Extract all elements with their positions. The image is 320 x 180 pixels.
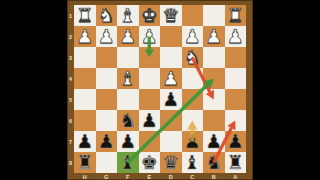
piece-white-queen-d1[interactable]: ♛ bbox=[160, 5, 182, 26]
square-g1[interactable]: ♞ bbox=[96, 5, 118, 26]
file-label-a: A bbox=[225, 173, 247, 180]
square-b8[interactable]: ♞ bbox=[203, 152, 225, 173]
square-f2[interactable]: ♟ bbox=[117, 26, 139, 47]
piece-white-knight-g1[interactable]: ♞ bbox=[96, 5, 118, 26]
piece-black-pawn-c7[interactable]: ♟ bbox=[182, 131, 204, 152]
square-c3[interactable]: ♞ bbox=[182, 47, 204, 68]
square-g7[interactable]: ♟ bbox=[96, 131, 118, 152]
file-label-d: D bbox=[160, 173, 182, 180]
square-e3[interactable] bbox=[139, 47, 161, 68]
square-b4[interactable] bbox=[203, 68, 225, 89]
square-d7[interactable] bbox=[160, 131, 182, 152]
square-d8[interactable]: ♛ bbox=[160, 152, 182, 173]
rank-label-8: 8 bbox=[67, 152, 74, 173]
piece-white-king-e1[interactable]: ♚ bbox=[139, 5, 161, 26]
square-e5[interactable] bbox=[139, 89, 161, 110]
rank-label-3: 3 bbox=[67, 47, 74, 68]
square-g2[interactable]: ♟ bbox=[96, 26, 118, 47]
piece-black-pawn-e6[interactable]: ♟ bbox=[139, 110, 161, 131]
square-g5[interactable] bbox=[96, 89, 118, 110]
square-b1[interactable] bbox=[203, 5, 225, 26]
file-label-e: E bbox=[139, 173, 161, 180]
square-g8[interactable] bbox=[96, 152, 118, 173]
square-d5[interactable]: ♟ bbox=[160, 89, 182, 110]
square-a1[interactable]: ♜ bbox=[225, 5, 247, 26]
piece-white-pawn-c2[interactable]: ♟ bbox=[182, 26, 204, 47]
square-e2[interactable]: ♟ bbox=[139, 26, 161, 47]
square-d1[interactable]: ♛ bbox=[160, 5, 182, 26]
piece-black-pawn-g7[interactable]: ♟ bbox=[96, 131, 118, 152]
square-a2[interactable]: ♟ bbox=[225, 26, 247, 47]
square-c4[interactable] bbox=[182, 68, 204, 89]
square-f5[interactable] bbox=[117, 89, 139, 110]
file-label-g: G bbox=[96, 173, 118, 180]
piece-black-bishop-c8[interactable]: ♝ bbox=[182, 152, 204, 173]
square-b3[interactable] bbox=[203, 47, 225, 68]
piece-white-bishop-f4[interactable]: ♝ bbox=[117, 68, 139, 89]
rank-label-6: 6 bbox=[67, 110, 74, 131]
piece-black-pawn-f7[interactable]: ♟ bbox=[117, 131, 139, 152]
square-a6[interactable] bbox=[225, 110, 247, 131]
piece-black-pawn-a7[interactable]: ♟ bbox=[225, 131, 247, 152]
piece-black-knight-b8[interactable]: ♞ bbox=[203, 152, 225, 173]
piece-white-pawn-h2[interactable]: ♟ bbox=[74, 26, 96, 47]
square-e8[interactable]: ♚ bbox=[139, 152, 161, 173]
square-f6[interactable]: ♞ bbox=[117, 110, 139, 131]
square-d2[interactable] bbox=[160, 26, 182, 47]
square-e1[interactable]: ♚ bbox=[139, 5, 161, 26]
piece-black-knight-f6[interactable]: ♞ bbox=[117, 110, 139, 131]
square-h7[interactable]: ♟ bbox=[74, 131, 96, 152]
square-e4[interactable] bbox=[139, 68, 161, 89]
square-b5[interactable] bbox=[203, 89, 225, 110]
piece-black-bishop-f8[interactable]: ♝ bbox=[117, 152, 139, 173]
file-label-f: F bbox=[117, 173, 139, 180]
square-f3[interactable] bbox=[117, 47, 139, 68]
rank-label-2: 2 bbox=[67, 26, 74, 47]
rank-label-4: 4 bbox=[67, 68, 74, 89]
square-h3[interactable] bbox=[74, 47, 96, 68]
piece-white-pawn-a2[interactable]: ♟ bbox=[225, 26, 247, 47]
piece-black-pawn-d5[interactable]: ♟ bbox=[160, 89, 182, 110]
square-c7[interactable]: ♟ bbox=[182, 131, 204, 152]
video-frame: ♜♞♝♚♛♜♟♟♟♟♟♟♟♞♝♟♟♞♟♟♟♟♟♟♟♜♝♚♛♝♞♜ 1234567… bbox=[0, 0, 320, 180]
file-label-b: B bbox=[203, 173, 225, 180]
rank-label-5: 5 bbox=[67, 89, 74, 110]
file-label-h: H bbox=[74, 173, 96, 180]
square-c6[interactable] bbox=[182, 110, 204, 131]
square-f1[interactable]: ♝ bbox=[117, 5, 139, 26]
piece-white-rook-a1[interactable]: ♜ bbox=[225, 5, 247, 26]
square-a3[interactable] bbox=[225, 47, 247, 68]
square-b2[interactable]: ♟ bbox=[203, 26, 225, 47]
file-label-c: C bbox=[182, 173, 204, 180]
square-c2[interactable]: ♟ bbox=[182, 26, 204, 47]
square-f4[interactable]: ♝ bbox=[117, 68, 139, 89]
piece-black-rook-a8[interactable]: ♜ bbox=[225, 152, 247, 173]
piece-white-pawn-f2[interactable]: ♟ bbox=[117, 26, 139, 47]
square-d4[interactable]: ♟ bbox=[160, 68, 182, 89]
piece-black-king-e8[interactable]: ♚ bbox=[139, 152, 161, 173]
square-h8[interactable]: ♜ bbox=[74, 152, 96, 173]
square-c8[interactable]: ♝ bbox=[182, 152, 204, 173]
piece-black-pawn-b7[interactable]: ♟ bbox=[203, 131, 225, 152]
piece-white-bishop-f1[interactable]: ♝ bbox=[117, 5, 139, 26]
square-f8[interactable]: ♝ bbox=[117, 152, 139, 173]
piece-white-pawn-b2[interactable]: ♟ bbox=[203, 26, 225, 47]
square-h2[interactable]: ♟ bbox=[74, 26, 96, 47]
rank-label-7: 7 bbox=[67, 131, 74, 152]
piece-white-pawn-g2[interactable]: ♟ bbox=[96, 26, 118, 47]
square-d6[interactable] bbox=[160, 110, 182, 131]
square-h1[interactable]: ♜ bbox=[74, 5, 96, 26]
piece-white-pawn-d4[interactable]: ♟ bbox=[160, 68, 182, 89]
square-e6[interactable]: ♟ bbox=[139, 110, 161, 131]
square-b7[interactable]: ♟ bbox=[203, 131, 225, 152]
square-a7[interactable]: ♟ bbox=[225, 131, 247, 152]
piece-white-rook-h1[interactable]: ♜ bbox=[74, 5, 96, 26]
piece-black-queen-d8[interactable]: ♛ bbox=[160, 152, 182, 173]
square-a5[interactable] bbox=[225, 89, 247, 110]
piece-white-knight-c3[interactable]: ♞ bbox=[182, 47, 204, 68]
piece-white-pawn-e2[interactable]: ♟ bbox=[139, 26, 161, 47]
chess-board: ♜♞♝♚♛♜♟♟♟♟♟♟♟♞♝♟♟♞♟♟♟♟♟♟♟♜♝♚♛♝♞♜ 1234567… bbox=[67, 0, 253, 180]
square-g4[interactable] bbox=[96, 68, 118, 89]
square-g6[interactable] bbox=[96, 110, 118, 131]
square-c1[interactable] bbox=[182, 5, 204, 26]
square-b6[interactable] bbox=[203, 110, 225, 131]
square-h6[interactable] bbox=[74, 110, 96, 131]
piece-black-rook-h8[interactable]: ♜ bbox=[74, 152, 96, 173]
square-h5[interactable] bbox=[74, 89, 96, 110]
square-h4[interactable] bbox=[74, 68, 96, 89]
rank-label-1: 1 bbox=[67, 5, 74, 26]
square-a8[interactable]: ♜ bbox=[225, 152, 247, 173]
square-e7[interactable] bbox=[139, 131, 161, 152]
squares-grid: ♜♞♝♚♛♜♟♟♟♟♟♟♟♞♝♟♟♞♟♟♟♟♟♟♟♜♝♚♛♝♞♜ bbox=[74, 5, 246, 173]
square-a4[interactable] bbox=[225, 68, 247, 89]
square-d3[interactable] bbox=[160, 47, 182, 68]
square-g3[interactable] bbox=[96, 47, 118, 68]
square-c5[interactable] bbox=[182, 89, 204, 110]
square-f7[interactable]: ♟ bbox=[117, 131, 139, 152]
piece-black-pawn-h7[interactable]: ♟ bbox=[74, 131, 96, 152]
